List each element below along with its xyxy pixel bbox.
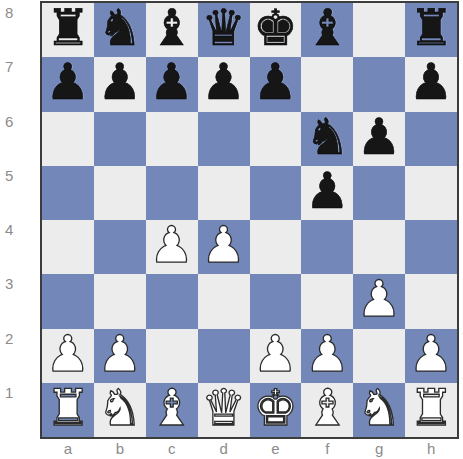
piece-white-knight[interactable]: ♞ xyxy=(97,383,142,433)
piece-white-queen[interactable]: ♛ xyxy=(201,383,246,433)
square-a5[interactable] xyxy=(42,166,94,220)
rank-label-1: 1 xyxy=(5,385,13,400)
file-label-c: c xyxy=(146,440,198,458)
square-c8[interactable]: ♝ xyxy=(146,3,198,57)
piece-white-knight[interactable]: ♞ xyxy=(357,383,402,433)
square-f6[interactable]: ♞ xyxy=(301,112,353,166)
rank-label-3: 3 xyxy=(5,276,13,291)
piece-black-pawn[interactable]: ♟ xyxy=(97,57,142,107)
square-e4[interactable] xyxy=(250,220,302,274)
piece-white-pawn[interactable]: ♟ xyxy=(97,329,142,379)
square-h1[interactable]: ♜ xyxy=(405,383,457,437)
piece-white-bishop[interactable]: ♝ xyxy=(149,383,194,433)
square-d7[interactable]: ♟ xyxy=(198,57,250,111)
piece-black-bishop[interactable]: ♝ xyxy=(149,3,194,53)
piece-white-king[interactable]: ♚ xyxy=(253,383,298,433)
square-h5[interactable] xyxy=(405,166,457,220)
rank-label-7: 7 xyxy=(5,59,13,74)
square-c5[interactable] xyxy=(146,166,198,220)
square-c6[interactable] xyxy=(146,112,198,166)
square-g3[interactable]: ♟ xyxy=(353,274,405,328)
piece-black-pawn[interactable]: ♟ xyxy=(201,57,246,107)
square-e8[interactable]: ♚ xyxy=(250,3,302,57)
piece-white-pawn[interactable]: ♟ xyxy=(357,274,402,324)
piece-white-pawn[interactable]: ♟ xyxy=(409,329,454,379)
piece-black-pawn[interactable]: ♟ xyxy=(409,57,454,107)
square-h3[interactable] xyxy=(405,274,457,328)
square-a2[interactable]: ♟ xyxy=(42,329,94,383)
rank-label-8: 8 xyxy=(5,5,13,20)
square-e2[interactable]: ♟ xyxy=(250,329,302,383)
square-b4[interactable] xyxy=(94,220,146,274)
file-label-h: h xyxy=(405,440,457,458)
square-e3[interactable] xyxy=(250,274,302,328)
square-a4[interactable] xyxy=(42,220,94,274)
piece-black-bishop[interactable]: ♝ xyxy=(305,3,350,53)
square-c7[interactable]: ♟ xyxy=(146,57,198,111)
file-label-b: b xyxy=(94,440,146,458)
square-e7[interactable]: ♟ xyxy=(250,57,302,111)
square-b7[interactable]: ♟ xyxy=(94,57,146,111)
file-label-f: f xyxy=(301,440,353,458)
square-d3[interactable] xyxy=(198,274,250,328)
square-f4[interactable] xyxy=(301,220,353,274)
piece-black-pawn[interactable]: ♟ xyxy=(305,166,350,216)
square-h7[interactable]: ♟ xyxy=(405,57,457,111)
square-c4[interactable]: ♟ xyxy=(146,220,198,274)
square-f3[interactable] xyxy=(301,274,353,328)
piece-black-king[interactable]: ♚ xyxy=(253,3,298,53)
square-f2[interactable]: ♟ xyxy=(301,329,353,383)
piece-black-rook[interactable]: ♜ xyxy=(409,3,454,53)
piece-black-knight[interactable]: ♞ xyxy=(97,3,142,53)
square-g1[interactable]: ♞ xyxy=(353,383,405,437)
square-b2[interactable]: ♟ xyxy=(94,329,146,383)
piece-white-pawn[interactable]: ♟ xyxy=(305,329,350,379)
square-e1[interactable]: ♚ xyxy=(250,383,302,437)
square-f5[interactable]: ♟ xyxy=(301,166,353,220)
piece-black-rook[interactable]: ♜ xyxy=(46,3,91,53)
file-labels: abcdefgh xyxy=(42,440,457,458)
square-e6[interactable] xyxy=(250,112,302,166)
square-g6[interactable]: ♟ xyxy=(353,112,405,166)
square-h8[interactable]: ♜ xyxy=(405,3,457,57)
piece-black-pawn[interactable]: ♟ xyxy=(149,57,194,107)
square-h4[interactable] xyxy=(405,220,457,274)
rank-label-2: 2 xyxy=(5,331,13,346)
square-a7[interactable]: ♟ xyxy=(42,57,94,111)
square-g8[interactable] xyxy=(353,3,405,57)
chess-board: ♜♞♝♛♚♝♜♟♟♟♟♟♟♞♟♟♟♟♟♟♟♟♟♟♜♞♝♛♚♝♞♜ xyxy=(40,1,459,439)
chess-board-app: 87654321 ♜♞♝♛♚♝♜♟♟♟♟♟♟♞♟♟♟♟♟♟♟♟♟♟♜♞♝♛♚♝♞… xyxy=(0,0,463,459)
square-g5[interactable] xyxy=(353,166,405,220)
file-label-d: d xyxy=(198,440,250,458)
square-b6[interactable] xyxy=(94,112,146,166)
square-b3[interactable] xyxy=(94,274,146,328)
square-f7[interactable] xyxy=(301,57,353,111)
piece-white-pawn[interactable]: ♟ xyxy=(46,329,91,379)
rank-label-5: 5 xyxy=(5,168,13,183)
file-label-a: a xyxy=(42,440,94,458)
piece-white-rook[interactable]: ♜ xyxy=(409,383,454,433)
piece-black-pawn[interactable]: ♟ xyxy=(253,57,298,107)
square-b8[interactable]: ♞ xyxy=(94,3,146,57)
square-d4[interactable]: ♟ xyxy=(198,220,250,274)
square-c3[interactable] xyxy=(146,274,198,328)
rank-labels: 87654321 xyxy=(0,1,38,439)
square-b5[interactable] xyxy=(94,166,146,220)
piece-white-pawn[interactable]: ♟ xyxy=(201,220,246,270)
square-g2[interactable] xyxy=(353,329,405,383)
square-a1[interactable]: ♜ xyxy=(42,383,94,437)
piece-black-queen[interactable]: ♛ xyxy=(201,3,246,53)
square-g4[interactable] xyxy=(353,220,405,274)
piece-white-rook[interactable]: ♜ xyxy=(46,383,91,433)
square-c2[interactable] xyxy=(146,329,198,383)
square-c1[interactable]: ♝ xyxy=(146,383,198,437)
rank-label-4: 4 xyxy=(5,222,13,237)
square-d2[interactable] xyxy=(198,329,250,383)
file-label-g: g xyxy=(353,440,405,458)
square-b1[interactable]: ♞ xyxy=(94,383,146,437)
square-a6[interactable] xyxy=(42,112,94,166)
rank-label-6: 6 xyxy=(5,114,13,129)
piece-white-bishop[interactable]: ♝ xyxy=(305,383,350,433)
square-d8[interactable]: ♛ xyxy=(198,3,250,57)
piece-black-pawn[interactable]: ♟ xyxy=(357,112,402,162)
square-a3[interactable] xyxy=(42,274,94,328)
square-e5[interactable] xyxy=(250,166,302,220)
square-f1[interactable]: ♝ xyxy=(301,383,353,437)
file-label-e: e xyxy=(250,440,302,458)
square-a8[interactable]: ♜ xyxy=(42,3,94,57)
square-d5[interactable] xyxy=(198,166,250,220)
piece-black-knight[interactable]: ♞ xyxy=(305,112,350,162)
square-h2[interactable]: ♟ xyxy=(405,329,457,383)
piece-black-pawn[interactable]: ♟ xyxy=(46,57,91,107)
square-d1[interactable]: ♛ xyxy=(198,383,250,437)
square-h6[interactable] xyxy=(405,112,457,166)
piece-white-pawn[interactable]: ♟ xyxy=(253,329,298,379)
piece-white-pawn[interactable]: ♟ xyxy=(149,220,194,270)
square-f8[interactable]: ♝ xyxy=(301,3,353,57)
square-d6[interactable] xyxy=(198,112,250,166)
square-g7[interactable] xyxy=(353,57,405,111)
